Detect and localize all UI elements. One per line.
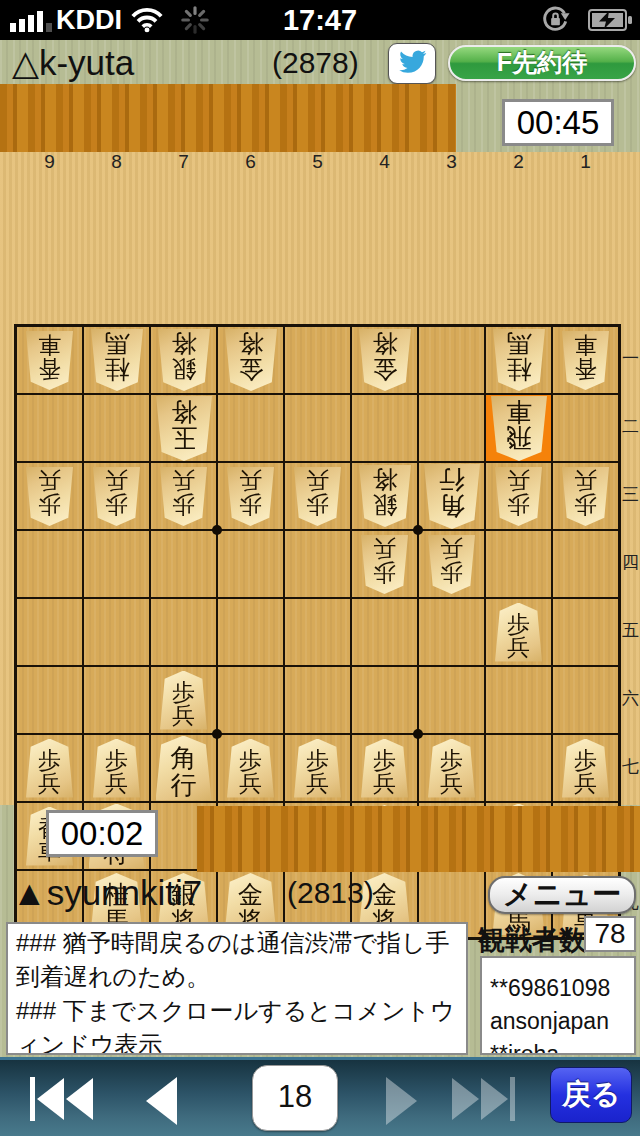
gote-歩-piece[interactable]: 歩兵 <box>160 467 207 526</box>
file-label: 8 <box>84 152 149 172</box>
square-4二[interactable] <box>352 395 417 461</box>
gote-銀-piece[interactable]: 銀将 <box>158 329 210 391</box>
gote-歩-piece[interactable]: 歩兵 <box>495 467 542 526</box>
square-4三[interactable]: 銀将 <box>352 463 417 529</box>
square-8二[interactable] <box>84 395 149 461</box>
file-label: 5 <box>285 152 350 172</box>
square-5一[interactable] <box>285 327 350 393</box>
square-9四[interactable] <box>17 531 82 597</box>
gote-香-piece[interactable]: 香車 <box>26 331 73 390</box>
square-1五[interactable] <box>553 599 618 665</box>
skip-to-start-button[interactable] <box>30 1077 93 1121</box>
comment-line: ### 下までスクロールするとコメントウィンドウ表示 <box>16 994 458 1055</box>
square-3七[interactable]: 歩兵 <box>419 735 484 801</box>
sente-歩-piece[interactable]: 歩兵 <box>495 603 542 662</box>
star-point <box>413 729 423 739</box>
sente-角-piece[interactable]: 角行 <box>156 736 212 801</box>
file-label: 4 <box>352 152 417 172</box>
file-label: 1 <box>553 152 618 172</box>
square-1二[interactable] <box>553 395 618 461</box>
square-6五[interactable] <box>218 599 283 665</box>
gote-香-piece[interactable]: 香車 <box>562 331 609 390</box>
rank-label: 一 <box>621 324 640 392</box>
top-player-name: △k-yuta <box>12 43 134 83</box>
square-7一[interactable]: 銀将 <box>151 327 216 393</box>
top-player-rating: (2878) <box>272 46 359 80</box>
square-6二[interactable] <box>218 395 283 461</box>
square-4一[interactable]: 金将 <box>352 327 417 393</box>
square-8六[interactable] <box>84 667 149 733</box>
file-label: 2 <box>486 152 551 172</box>
spectator-item: ansonjapan <box>490 1005 628 1038</box>
square-2六[interactable] <box>486 667 551 733</box>
gote-歩-piece[interactable]: 歩兵 <box>428 535 475 594</box>
bottom-player-rating: (2813) <box>287 876 374 910</box>
sente-歩-piece[interactable]: 歩兵 <box>361 739 408 798</box>
square-9六[interactable] <box>17 667 82 733</box>
gote-歩-piece[interactable]: 歩兵 <box>562 467 609 526</box>
battery-charging-icon <box>588 8 632 36</box>
gote-歩-piece[interactable]: 歩兵 <box>294 467 341 526</box>
gote-歩-piece[interactable]: 歩兵 <box>361 535 408 594</box>
square-2四[interactable] <box>486 531 551 597</box>
square-3四[interactable]: 歩兵 <box>419 531 484 597</box>
square-2五[interactable]: 歩兵 <box>486 599 551 665</box>
sente-歩-piece[interactable]: 歩兵 <box>294 739 341 798</box>
square-4四[interactable]: 歩兵 <box>352 531 417 597</box>
spectator-list[interactable]: **69861098ansonjapan**iroha**31989431 <box>480 956 636 1055</box>
bottom-player-bar: ▲syunnkiti7 (2813) メニュー <box>0 870 640 920</box>
square-1三[interactable]: 歩兵 <box>553 463 618 529</box>
square-9七[interactable]: 歩兵 <box>17 735 82 801</box>
match-status-button[interactable]: F先約待 <box>448 45 636 81</box>
square-3三[interactable]: 角行 <box>419 463 484 529</box>
file-label: 7 <box>151 152 216 172</box>
comment-line: ### 猶予時間戻るのは通信渋滞で指し手到着遅れのため。 <box>16 926 458 994</box>
gote-桂-piece[interactable]: 桂馬 <box>91 329 143 391</box>
gote-piece-stand[interactable] <box>0 84 456 152</box>
star-point <box>413 525 423 535</box>
square-1七[interactable]: 歩兵 <box>553 735 618 801</box>
gote-金-piece[interactable]: 金将 <box>225 329 277 391</box>
menu-button[interactable]: メニュー <box>488 876 636 914</box>
sente-歩-piece[interactable]: 歩兵 <box>160 671 207 730</box>
sente-piece-stand[interactable] <box>197 806 640 872</box>
spectator-count-label: 観戦者数 <box>478 922 586 958</box>
square-9三[interactable]: 歩兵 <box>17 463 82 529</box>
square-9一[interactable]: 香車 <box>17 327 82 393</box>
square-4七[interactable]: 歩兵 <box>352 735 417 801</box>
top-player-bar: △k-yuta (2878) F先約待 <box>0 40 640 84</box>
shogi-board: 987654321 香車桂馬銀将金将金将桂馬香車玉将飛車歩兵歩兵歩兵歩兵歩兵銀将… <box>0 152 640 805</box>
square-6三[interactable]: 歩兵 <box>218 463 283 529</box>
square-1一[interactable]: 香車 <box>553 327 618 393</box>
square-9二[interactable] <box>17 395 82 461</box>
square-3一[interactable] <box>419 327 484 393</box>
sente-歩-piece[interactable]: 歩兵 <box>26 739 73 798</box>
sente-歩-piece[interactable]: 歩兵 <box>93 739 140 798</box>
sente-歩-piece[interactable]: 歩兵 <box>227 739 274 798</box>
square-6六[interactable] <box>218 667 283 733</box>
rank-label: 三 <box>621 460 640 528</box>
gote-玉-piece[interactable]: 玉将 <box>156 396 212 461</box>
square-2一[interactable]: 桂馬 <box>486 327 551 393</box>
square-7二[interactable]: 玉将 <box>151 395 216 461</box>
square-2七[interactable] <box>486 735 551 801</box>
sente-歩-piece[interactable]: 歩兵 <box>562 739 609 798</box>
file-label: 9 <box>17 152 82 172</box>
gote-金-piece[interactable]: 金将 <box>359 329 411 391</box>
square-2二[interactable]: 飛車 <box>486 395 551 461</box>
square-4五[interactable] <box>352 599 417 665</box>
rotation-lock-icon <box>540 4 571 39</box>
rank-label: 七 <box>621 732 640 800</box>
gote-角-piece[interactable]: 角行 <box>424 464 480 529</box>
sente-clock: 00:02 <box>46 810 158 857</box>
sente-歩-piece[interactable]: 歩兵 <box>428 739 475 798</box>
status-bar: KDDI 1 <box>0 0 640 40</box>
square-6七[interactable]: 歩兵 <box>218 735 283 801</box>
gote-桂-piece[interactable]: 桂馬 <box>493 329 545 391</box>
square-5六[interactable] <box>285 667 350 733</box>
square-8五[interactable] <box>84 599 149 665</box>
square-7五[interactable] <box>151 599 216 665</box>
comment-box[interactable]: ### 猶予時間戻るのは通信渋滞で指し手到着遅れのため。 ### 下までスクロー… <box>6 922 468 1055</box>
return-button[interactable]: 戻る <box>550 1067 632 1123</box>
square-8四[interactable] <box>84 531 149 597</box>
file-label: 6 <box>218 152 283 172</box>
square-5二[interactable] <box>285 395 350 461</box>
gote-銀-piece[interactable]: 銀将 <box>359 465 411 527</box>
twitter-button[interactable] <box>388 43 436 84</box>
square-2三[interactable]: 歩兵 <box>486 463 551 529</box>
square-3五[interactable] <box>419 599 484 665</box>
gote-歩-piece[interactable]: 歩兵 <box>93 467 140 526</box>
square-9五[interactable] <box>17 599 82 665</box>
star-point <box>212 525 222 535</box>
star-point <box>212 729 222 739</box>
rank-label: 六 <box>621 664 640 732</box>
gote-飛-piece[interactable]: 飛車 <box>491 396 547 461</box>
square-1六[interactable] <box>553 667 618 733</box>
square-3六[interactable] <box>419 667 484 733</box>
twitter-bird-icon <box>395 47 429 81</box>
rank-label: 五 <box>621 596 640 664</box>
square-7六[interactable]: 歩兵 <box>151 667 216 733</box>
square-5七[interactable]: 歩兵 <box>285 735 350 801</box>
square-5五[interactable] <box>285 599 350 665</box>
app-screen: KDDI 1 <box>0 0 640 1136</box>
square-6一[interactable]: 金将 <box>218 327 283 393</box>
step-forward-button[interactable] <box>386 1077 417 1125</box>
spectator-item: **69861098 <box>490 972 628 1005</box>
gote-歩-piece[interactable]: 歩兵 <box>227 467 274 526</box>
gote-clock: 00:45 <box>502 99 614 146</box>
square-7七[interactable]: 角行 <box>151 735 216 801</box>
square-8一[interactable]: 桂馬 <box>84 327 149 393</box>
file-label: 3 <box>419 152 484 172</box>
square-6四[interactable] <box>218 531 283 597</box>
spectator-count: 78 <box>584 916 636 952</box>
square-8七[interactable]: 歩兵 <box>84 735 149 801</box>
move-number-display: 18 <box>252 1065 338 1131</box>
rank-label: 四 <box>621 528 640 596</box>
square-8三[interactable]: 歩兵 <box>84 463 149 529</box>
square-5四[interactable] <box>285 531 350 597</box>
square-5三[interactable]: 歩兵 <box>285 463 350 529</box>
gote-歩-piece[interactable]: 歩兵 <box>26 467 73 526</box>
file-labels: 987654321 <box>17 152 618 172</box>
square-7三[interactable]: 歩兵 <box>151 463 216 529</box>
bottom-player-name: ▲syunnkiti7 <box>12 873 202 913</box>
square-1四[interactable] <box>553 531 618 597</box>
rank-label: 二 <box>621 392 640 460</box>
square-3二[interactable] <box>419 395 484 461</box>
step-back-button[interactable] <box>146 1077 177 1125</box>
skip-to-end-button[interactable] <box>452 1077 515 1121</box>
square-7四[interactable] <box>151 531 216 597</box>
spectator-item: **iroha <box>490 1038 628 1055</box>
square-4六[interactable] <box>352 667 417 733</box>
